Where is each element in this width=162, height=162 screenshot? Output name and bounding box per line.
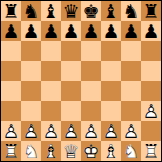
piece-white-queen: ♛♕ <box>61 141 81 161</box>
square-e5[interactable] <box>81 61 101 81</box>
square-c2[interactable]: ♟♙ <box>41 121 61 141</box>
piece-black-rook: ♜ <box>1 1 21 21</box>
square-f8[interactable]: ♝ <box>101 1 121 21</box>
square-e6[interactable] <box>81 41 101 61</box>
square-e3[interactable] <box>81 101 101 121</box>
square-b2[interactable]: ♟♙ <box>21 121 41 141</box>
piece-white-rook: ♜♖ <box>141 141 161 161</box>
square-g8[interactable]: ♞ <box>121 1 141 21</box>
square-h7[interactable]: ♟ <box>141 21 161 41</box>
piece-white-rook: ♜♖ <box>1 141 21 161</box>
square-b6[interactable] <box>21 41 41 61</box>
square-h2[interactable] <box>141 121 161 141</box>
square-e1[interactable]: ♚♔ <box>81 141 101 161</box>
square-e7[interactable]: ♟ <box>81 21 101 41</box>
chess-board: ♜♞♝♛♚♝♞♜♟♟♟♟♟♟♟♟♟♙♟♙♟♙♟♙♟♙♟♙♟♙♟♙♜♖♞♘♝♗♛♕… <box>0 0 162 162</box>
piece-black-knight: ♞ <box>21 1 41 21</box>
square-g7[interactable]: ♟ <box>121 21 141 41</box>
square-d1[interactable]: ♛♕ <box>61 141 81 161</box>
piece-black-knight: ♞ <box>121 1 141 21</box>
piece-black-pawn: ♟ <box>41 21 61 41</box>
piece-black-rook: ♜ <box>141 1 161 21</box>
square-a1[interactable]: ♜♖ <box>1 141 21 161</box>
piece-black-bishop: ♝ <box>101 1 121 21</box>
piece-black-queen: ♛ <box>61 1 81 21</box>
square-c4[interactable] <box>41 81 61 101</box>
square-e2[interactable]: ♟♙ <box>81 121 101 141</box>
square-e4[interactable] <box>81 81 101 101</box>
square-g5[interactable] <box>121 61 141 81</box>
square-b5[interactable] <box>21 61 41 81</box>
square-g3[interactable] <box>121 101 141 121</box>
square-f5[interactable] <box>101 61 121 81</box>
square-g6[interactable] <box>121 41 141 61</box>
square-h3[interactable]: ♟♙ <box>141 101 161 121</box>
square-c3[interactable] <box>41 101 61 121</box>
square-h5[interactable] <box>141 61 161 81</box>
square-c7[interactable]: ♟ <box>41 21 61 41</box>
piece-white-knight: ♞♘ <box>121 141 141 161</box>
piece-black-pawn: ♟ <box>101 21 121 41</box>
square-a2[interactable]: ♟♙ <box>1 121 21 141</box>
square-c5[interactable] <box>41 61 61 81</box>
piece-white-knight: ♞♘ <box>21 141 41 161</box>
piece-black-pawn: ♟ <box>121 21 141 41</box>
piece-black-pawn: ♟ <box>21 21 41 41</box>
piece-white-bishop: ♝♗ <box>101 141 121 161</box>
piece-white-pawn: ♟♙ <box>141 101 161 121</box>
square-d2[interactable]: ♟♙ <box>61 121 81 141</box>
piece-white-pawn: ♟♙ <box>1 121 21 141</box>
square-d6[interactable] <box>61 41 81 61</box>
piece-black-pawn: ♟ <box>1 21 21 41</box>
square-g1[interactable]: ♞♘ <box>121 141 141 161</box>
piece-black-bishop: ♝ <box>41 1 61 21</box>
square-f6[interactable] <box>101 41 121 61</box>
square-f2[interactable]: ♟♙ <box>101 121 121 141</box>
square-c1[interactable]: ♝♗ <box>41 141 61 161</box>
square-d7[interactable]: ♟ <box>61 21 81 41</box>
square-a7[interactable]: ♟ <box>1 21 21 41</box>
square-h1[interactable]: ♜♖ <box>141 141 161 161</box>
piece-white-pawn: ♟♙ <box>61 121 81 141</box>
square-d8[interactable]: ♛ <box>61 1 81 21</box>
piece-white-pawn: ♟♙ <box>81 121 101 141</box>
piece-black-king: ♚ <box>81 1 101 21</box>
square-h6[interactable] <box>141 41 161 61</box>
square-a5[interactable] <box>1 61 21 81</box>
square-e8[interactable]: ♚ <box>81 1 101 21</box>
square-b4[interactable] <box>21 81 41 101</box>
square-f3[interactable] <box>101 101 121 121</box>
piece-black-pawn: ♟ <box>81 21 101 41</box>
square-d4[interactable] <box>61 81 81 101</box>
square-h4[interactable] <box>141 81 161 101</box>
piece-white-pawn: ♟♙ <box>101 121 121 141</box>
square-f7[interactable]: ♟ <box>101 21 121 41</box>
square-b7[interactable]: ♟ <box>21 21 41 41</box>
square-b8[interactable]: ♞ <box>21 1 41 21</box>
piece-white-pawn: ♟♙ <box>41 121 61 141</box>
square-c6[interactable] <box>41 41 61 61</box>
square-d5[interactable] <box>61 61 81 81</box>
piece-black-pawn: ♟ <box>141 21 161 41</box>
square-f1[interactable]: ♝♗ <box>101 141 121 161</box>
square-a4[interactable] <box>1 81 21 101</box>
piece-white-pawn: ♟♙ <box>21 121 41 141</box>
piece-white-pawn: ♟♙ <box>121 121 141 141</box>
square-d3[interactable] <box>61 101 81 121</box>
piece-white-bishop: ♝♗ <box>41 141 61 161</box>
square-b1[interactable]: ♞♘ <box>21 141 41 161</box>
square-h8[interactable]: ♜ <box>141 1 161 21</box>
square-a3[interactable] <box>1 101 21 121</box>
piece-white-king: ♚♔ <box>81 141 101 161</box>
square-b3[interactable] <box>21 101 41 121</box>
square-g2[interactable]: ♟♙ <box>121 121 141 141</box>
square-a6[interactable] <box>1 41 21 61</box>
piece-black-pawn: ♟ <box>61 21 81 41</box>
square-c8[interactable]: ♝ <box>41 1 61 21</box>
square-f4[interactable] <box>101 81 121 101</box>
square-a8[interactable]: ♜ <box>1 1 21 21</box>
square-g4[interactable] <box>121 81 141 101</box>
